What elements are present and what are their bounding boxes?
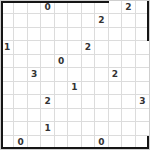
cell-r6-c9[interactable] xyxy=(122,82,135,95)
cell-r4-c8[interactable] xyxy=(109,55,122,68)
cell-r4-c9[interactable] xyxy=(122,55,135,68)
cell-r4-c2[interactable] xyxy=(28,55,41,68)
clue-number: 2 xyxy=(112,70,118,79)
cell-r9-c10[interactable] xyxy=(136,122,149,135)
loop-segment-right[interactable] xyxy=(147,136,149,149)
cell-r6-c1[interactable] xyxy=(14,82,27,95)
cell-r3-c0[interactable]: 1 xyxy=(1,41,14,54)
clue-number: 2 xyxy=(44,97,50,106)
cell-r5-c0[interactable] xyxy=(1,68,14,81)
cell-r6-c5[interactable]: 1 xyxy=(68,82,81,95)
cell-r2-c9[interactable] xyxy=(122,28,135,41)
cell-r7-c2[interactable] xyxy=(28,95,41,108)
cell-r1-c7[interactable]: 2 xyxy=(95,14,108,27)
cell-r3-c10[interactable] xyxy=(136,41,149,54)
cell-r3-c2[interactable] xyxy=(28,41,41,54)
cell-r5-c7[interactable] xyxy=(95,68,108,81)
cell-r3-c8[interactable] xyxy=(109,41,122,54)
cell-r9-c5[interactable] xyxy=(68,122,81,135)
cell-r3-c5[interactable] xyxy=(68,41,81,54)
clue-number: 0 xyxy=(58,57,64,66)
slitherlink-board: 02212032123100 xyxy=(0,0,150,150)
cell-r8-c6[interactable] xyxy=(82,109,95,122)
cell-r9-c9[interactable] xyxy=(122,122,135,135)
clue-number: 1 xyxy=(44,124,50,133)
cell-r7-c0[interactable] xyxy=(1,95,14,108)
cell-r0-c5[interactable] xyxy=(68,1,81,14)
cell-r0-c3[interactable]: 0 xyxy=(41,1,54,14)
cell-r4-c10[interactable] xyxy=(136,55,149,68)
cell-r6-c4[interactable] xyxy=(55,82,68,95)
cell-r3-c4[interactable] xyxy=(55,41,68,54)
cell-r1-c1[interactable] xyxy=(14,14,27,27)
cell-r6-c6[interactable] xyxy=(82,82,95,95)
cell-r8-c5[interactable] xyxy=(68,109,81,122)
cell-r5-c8[interactable]: 2 xyxy=(109,68,122,81)
cell-r7-c4[interactable] xyxy=(55,95,68,108)
clue-number: 2 xyxy=(98,16,104,25)
cell-r8-c4[interactable] xyxy=(55,109,68,122)
cell-r5-c4[interactable] xyxy=(55,68,68,81)
cell-r2-c0[interactable] xyxy=(1,28,14,41)
cell-r0-c1[interactable] xyxy=(14,1,27,14)
cell-r4-c4[interactable]: 0 xyxy=(55,55,68,68)
cell-r8-c1[interactable] xyxy=(14,109,27,122)
cell-r5-c6[interactable] xyxy=(82,68,95,81)
cell-r6-c0[interactable] xyxy=(1,82,14,95)
cell-r9-c8[interactable] xyxy=(109,122,122,135)
cell-r4-c7[interactable] xyxy=(95,55,108,68)
cell-r5-c5[interactable] xyxy=(68,68,81,81)
cell-r6-c3[interactable] xyxy=(41,82,54,95)
clue-number: 0 xyxy=(18,138,24,147)
cell-r2-c1[interactable] xyxy=(14,28,27,41)
clue-number: 3 xyxy=(31,70,37,79)
cell-r0-c4[interactable] xyxy=(55,1,68,14)
cell-r3-c6[interactable]: 2 xyxy=(82,41,95,54)
cell-r0-c2[interactable] xyxy=(28,1,41,14)
clue-number: 2 xyxy=(125,3,131,12)
clue-number: 1 xyxy=(71,83,77,92)
cell-r6-c2[interactable] xyxy=(28,82,41,95)
clue-number: 3 xyxy=(139,97,145,106)
cell-r7-c5[interactable] xyxy=(68,95,81,108)
cell-r2-c7[interactable] xyxy=(95,28,108,41)
cell-r9-c2[interactable] xyxy=(28,122,41,135)
cell-r3-c7[interactable] xyxy=(95,41,108,54)
cell-r8-c0[interactable] xyxy=(1,109,14,122)
clue-number: 1 xyxy=(4,43,10,52)
cell-r2-c4[interactable] xyxy=(55,28,68,41)
cell-r1-c9[interactable] xyxy=(122,14,135,27)
cell-r5-c1[interactable] xyxy=(14,68,27,81)
cell-r4-c1[interactable] xyxy=(14,55,27,68)
cell-r0-c9[interactable]: 2 xyxy=(122,1,135,14)
cell-r9-c7[interactable] xyxy=(95,122,108,135)
cell-r5-c10[interactable] xyxy=(136,68,149,81)
cell-r8-c2[interactable] xyxy=(28,109,41,122)
cell-r2-c3[interactable] xyxy=(41,28,54,41)
cell-r2-c6[interactable] xyxy=(82,28,95,41)
cell-r8-c7[interactable] xyxy=(95,109,108,122)
cell-r1-c3[interactable] xyxy=(41,14,54,27)
cell-r9-c6[interactable] xyxy=(82,122,95,135)
cell-r1-c2[interactable] xyxy=(28,14,41,27)
puzzle-grid: 02212032123100 xyxy=(1,1,149,149)
cell-r7-c10[interactable]: 3 xyxy=(136,95,149,108)
cell-r6-c7[interactable] xyxy=(95,82,108,95)
cell-r8-c8[interactable] xyxy=(109,109,122,122)
cell-r1-c6[interactable] xyxy=(82,14,95,27)
cell-r7-c3[interactable]: 2 xyxy=(41,95,54,108)
clue-number: 0 xyxy=(98,138,104,147)
cell-r4-c0[interactable] xyxy=(1,55,14,68)
cell-r1-c4[interactable] xyxy=(55,14,68,27)
cell-r0-c7[interactable] xyxy=(95,1,108,14)
cell-r3-c9[interactable] xyxy=(122,41,135,54)
cell-r7-c8[interactable] xyxy=(109,95,122,108)
loop-segment-right[interactable] xyxy=(147,1,149,41)
cell-r8-c9[interactable] xyxy=(122,109,135,122)
cell-r2-c8[interactable] xyxy=(109,28,122,41)
loop-segment-bottom[interactable] xyxy=(1,147,149,149)
cell-r5-c3[interactable] xyxy=(41,68,54,81)
clue-number: 0 xyxy=(44,3,50,12)
cell-r5-c9[interactable] xyxy=(122,68,135,81)
cell-r8-c10[interactable] xyxy=(136,109,149,122)
cell-r0-c0[interactable] xyxy=(1,1,14,14)
cell-r2-c2[interactable] xyxy=(28,28,41,41)
cell-r1-c0[interactable] xyxy=(1,14,14,27)
cell-r6-c8[interactable] xyxy=(109,82,122,95)
cell-r9-c3[interactable]: 1 xyxy=(41,122,54,135)
cell-r0-c8[interactable] xyxy=(109,1,122,14)
cell-r5-c2[interactable]: 3 xyxy=(28,68,41,81)
cell-r4-c5[interactable] xyxy=(68,55,81,68)
cell-r7-c7[interactable] xyxy=(95,95,108,108)
cell-r3-c3[interactable] xyxy=(41,41,54,54)
cell-r9-c1[interactable] xyxy=(14,122,27,135)
clue-number: 2 xyxy=(85,43,91,52)
loop-segment-left[interactable] xyxy=(1,1,3,149)
cell-r6-c10[interactable] xyxy=(136,82,149,95)
cell-r1-c8[interactable] xyxy=(109,14,122,27)
cell-r4-c3[interactable] xyxy=(41,55,54,68)
cell-r7-c6[interactable] xyxy=(82,95,95,108)
loop-segment-top[interactable] xyxy=(1,1,109,3)
cell-r8-c3[interactable] xyxy=(41,109,54,122)
cell-r3-c1[interactable] xyxy=(14,41,27,54)
cell-r7-c1[interactable] xyxy=(14,95,27,108)
cell-r7-c9[interactable] xyxy=(122,95,135,108)
cell-r2-c5[interactable] xyxy=(68,28,81,41)
cell-r9-c4[interactable] xyxy=(55,122,68,135)
cell-r9-c0[interactable] xyxy=(1,122,14,135)
cell-r4-c6[interactable] xyxy=(82,55,95,68)
cell-r1-c5[interactable] xyxy=(68,14,81,27)
cell-r0-c6[interactable] xyxy=(82,1,95,14)
